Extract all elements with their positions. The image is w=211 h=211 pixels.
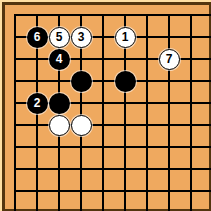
stone-black-4: 4 [49, 49, 70, 70]
stone-move-number: 3 [78, 31, 85, 43]
stone-move-number: 6 [34, 31, 41, 43]
stone-white-5: 5 [49, 27, 70, 48]
stone-move-number: 2 [34, 97, 41, 109]
stone-white-D14 [71, 115, 92, 136]
stone-black-F16 [115, 71, 136, 92]
stone-black-D16 [71, 71, 92, 92]
go-board-diagram: 6531472 [0, 0, 211, 211]
stone-white-3: 3 [71, 27, 92, 48]
stone-white-1: 1 [115, 27, 136, 48]
stone-move-number: 4 [56, 53, 63, 65]
stone-black-C15 [49, 93, 70, 114]
stone-black-6: 6 [27, 27, 48, 48]
stone-move-number: 1 [122, 31, 129, 43]
stone-black-2: 2 [27, 93, 48, 114]
stone-white-7: 7 [159, 49, 180, 70]
stone-move-number: 5 [56, 31, 63, 43]
stone-move-number: 7 [166, 53, 173, 65]
stones-layer: 6531472 [4, 4, 202, 202]
stone-white-C14 [49, 115, 70, 136]
